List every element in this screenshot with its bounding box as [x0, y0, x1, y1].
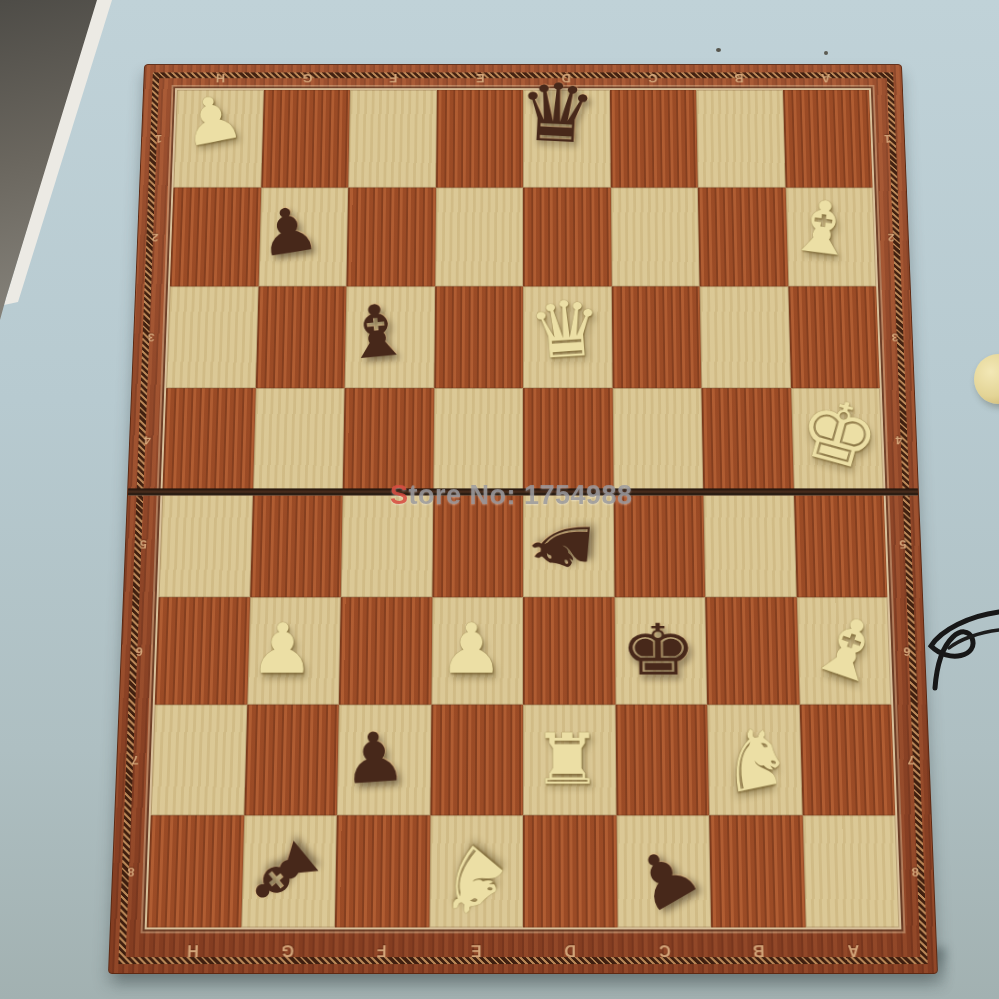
square-d2[interactable] — [523, 187, 611, 286]
dark-king-glyph: ♚ — [620, 615, 697, 686]
file-labels-bottom: HGFEDCBA — [145, 935, 900, 965]
dust-speck — [824, 51, 828, 55]
square-f6[interactable] — [339, 597, 432, 705]
piece-white-queen-d3[interactable]: ♛ — [523, 286, 612, 387]
square-a8[interactable] — [802, 815, 899, 928]
square-b3[interactable] — [700, 286, 791, 387]
square-b8[interactable] — [709, 815, 805, 928]
rank-label-left-6: 6 — [125, 597, 154, 705]
square-b6[interactable] — [705, 597, 799, 705]
offboard-white-piece[interactable] — [974, 354, 999, 404]
rank-label-right-2: 2 — [877, 187, 905, 286]
rank-label-left-2: 2 — [141, 187, 169, 286]
square-c1[interactable] — [610, 90, 698, 187]
rank-label-right-3: 3 — [881, 286, 909, 387]
piece-dark-pawn-g2[interactable]: ♟ — [258, 187, 348, 286]
file-label-top-A: A — [782, 69, 869, 87]
square-g7[interactable] — [244, 705, 339, 815]
file-label-top-C: C — [609, 69, 696, 87]
square-e2[interactable] — [435, 187, 523, 286]
file-label-top-G: G — [264, 69, 351, 87]
piece-white-pawn-g6[interactable]: ♟ — [247, 597, 341, 705]
piece-dark-pawn-c8[interactable]: ♟ — [616, 815, 711, 928]
square-g3[interactable] — [255, 286, 346, 387]
rank-label-left-1: 1 — [145, 90, 173, 187]
piece-dark-bishop-g8[interactable]: ♝ — [241, 815, 337, 928]
square-f4[interactable] — [343, 388, 434, 491]
square-c2[interactable] — [610, 187, 699, 286]
white-rook-glyph: ♜ — [532, 724, 603, 794]
piece-dark-queen-d1[interactable]: ♛ — [523, 90, 610, 187]
file-label-top-F: F — [350, 69, 437, 87]
square-h3[interactable] — [166, 286, 258, 387]
white-pawn-glyph: ♟ — [176, 84, 248, 156]
square-c4[interactable] — [612, 388, 703, 491]
square-b5[interactable] — [703, 491, 796, 597]
square-b1[interactable] — [696, 90, 785, 187]
piece-white-pawn-h1[interactable]: ♟ — [173, 90, 263, 187]
rank-label-right-8: 8 — [900, 815, 930, 928]
square-h6[interactable] — [155, 597, 250, 705]
rank-label-left-4: 4 — [133, 388, 162, 491]
file-label-bottom-C: C — [617, 935, 712, 965]
square-a5[interactable] — [793, 491, 887, 597]
piece-white-bishop-a2[interactable]: ♝ — [785, 187, 876, 286]
square-b2[interactable] — [698, 187, 788, 286]
square-d4[interactable] — [523, 388, 613, 491]
file-label-bottom-A: A — [805, 935, 900, 965]
square-a3[interactable] — [788, 286, 880, 387]
dark-queen-glyph: ♛ — [515, 71, 598, 155]
square-f8[interactable] — [335, 815, 430, 928]
piece-white-king-a4[interactable]: ♚ — [791, 388, 884, 491]
square-c3[interactable] — [611, 286, 701, 387]
square-h7[interactable] — [151, 705, 247, 815]
piece-white-rook-d7[interactable]: ♜ — [523, 705, 616, 815]
square-a1[interactable] — [783, 90, 873, 187]
file-label-bottom-B: B — [711, 935, 806, 965]
piece-white-pawn-e6[interactable]: ♟ — [431, 597, 523, 705]
square-e3[interactable] — [434, 286, 523, 387]
black-cable — [925, 596, 999, 692]
white-knight-glyph: ♞ — [417, 828, 528, 938]
dark-knight-glyph: ♞ — [521, 510, 603, 582]
square-e4[interactable] — [433, 388, 523, 491]
piece-dark-bishop-f3[interactable]: ♝ — [345, 286, 435, 387]
square-f2[interactable] — [346, 187, 435, 286]
rank-label-right-6: 6 — [892, 597, 921, 705]
chess-board: HGFEDCBA HGFEDCBA 12345678 12345678 ♟♛♟♝… — [108, 64, 938, 974]
rank-label-right-5: 5 — [888, 491, 917, 597]
square-g1[interactable] — [261, 90, 350, 187]
piece-white-knight-b7[interactable]: ♞ — [707, 705, 802, 815]
square-e1[interactable] — [436, 90, 523, 187]
rank-label-right-7: 7 — [896, 705, 926, 815]
white-queen-glyph: ♛ — [526, 289, 606, 371]
piece-white-bishop-a6[interactable]: ♝ — [796, 597, 891, 705]
piece-white-knight-e8[interactable]: ♞ — [429, 815, 523, 928]
white-pawn-glyph: ♟ — [249, 614, 315, 683]
file-label-bottom-F: F — [334, 935, 429, 965]
square-f1[interactable] — [348, 90, 436, 187]
square-h5[interactable] — [159, 491, 253, 597]
dark-bishop-glyph: ♝ — [226, 819, 340, 931]
square-g4[interactable] — [253, 388, 345, 491]
file-label-bottom-D: D — [523, 935, 617, 965]
dark-pawn-glyph: ♟ — [254, 196, 323, 266]
square-e7[interactable] — [430, 705, 523, 815]
white-pawn-glyph: ♟ — [439, 614, 504, 683]
dark-pawn-glyph: ♟ — [620, 833, 711, 925]
white-bishop-glyph: ♝ — [784, 188, 862, 268]
dust-speck — [716, 48, 721, 52]
square-d6[interactable] — [523, 597, 615, 705]
white-knight-glyph: ♞ — [709, 713, 800, 806]
square-b4[interactable] — [701, 388, 793, 491]
square-d8[interactable] — [523, 815, 617, 928]
piece-dark-pawn-f7[interactable]: ♟ — [337, 705, 431, 815]
file-label-top-B: B — [696, 69, 783, 87]
rank-label-left-8: 8 — [116, 815, 146, 928]
rank-label-right-4: 4 — [885, 388, 914, 491]
white-king-glyph: ♚ — [789, 383, 888, 485]
file-label-top-E: E — [437, 69, 523, 87]
square-h4[interactable] — [162, 388, 255, 491]
dark-pawn-glyph: ♟ — [341, 721, 408, 794]
file-label-bottom-E: E — [429, 935, 523, 965]
square-a7[interactable] — [799, 705, 895, 815]
square-g5[interactable] — [250, 491, 343, 597]
white-bishop-glyph: ♝ — [801, 599, 898, 699]
file-label-bottom-H: H — [145, 935, 240, 965]
rank-label-left-3: 3 — [137, 286, 165, 387]
rank-label-left-5: 5 — [129, 491, 158, 597]
square-c7[interactable] — [615, 705, 709, 815]
dark-bishop-glyph: ♝ — [339, 293, 415, 371]
piece-dark-king-c6[interactable]: ♚ — [614, 597, 707, 705]
rank-label-right-1: 1 — [874, 90, 902, 187]
rank-label-left-7: 7 — [120, 705, 150, 815]
file-label-bottom-G: G — [240, 935, 335, 965]
store-watermark: Store No: 1754988 — [390, 480, 633, 511]
watermark-red-text: S — [390, 480, 409, 510]
watermark-gray-text: tore No: 1754988 — [409, 480, 633, 510]
square-h2[interactable] — [170, 187, 261, 286]
